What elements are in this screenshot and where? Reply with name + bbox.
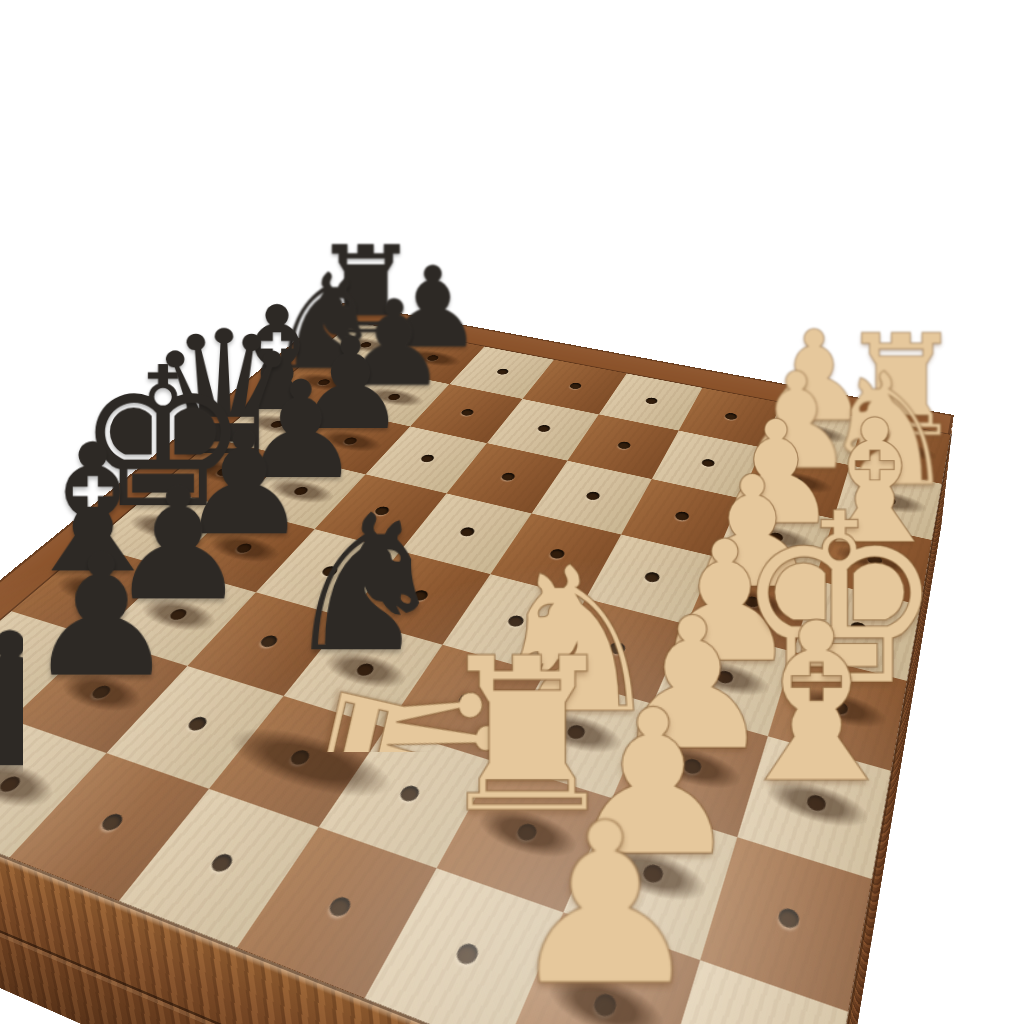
chess-product-photo-scene: ♜♞♝♛♚♝♜♞♟♟♟♟♟♟♟♟♜♞♝♚♝♞♜♛♟♟♟♟♟♟♟♟	[0, 0, 1024, 1024]
white-bishop-glyph: ♝	[718, 599, 915, 808]
black-pawn-glyph: ♟	[0, 613, 93, 789]
wooden-chess-box: ♜♞♝♛♚♝♜♞♟♟♟♟♟♟♟♟♜♞♝♚♝♞♜♛♟♟♟♟♟♟♟♟	[0, 303, 954, 1024]
white-pawn-glyph: ♟	[505, 799, 705, 1011]
perspective-stage: ♜♞♝♛♚♝♜♞♟♟♟♟♟♟♟♟♜♞♝♚♝♞♜♛♟♟♟♟♟♟♟♟	[0, 0, 1024, 1024]
